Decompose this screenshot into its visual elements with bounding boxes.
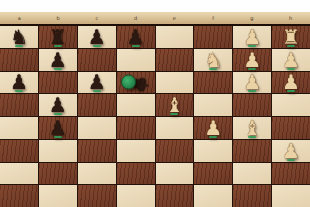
- chess-set-photo: abcdefgh ♞♜♟♟♟♜♟♞♟♟♟♟♚♟♟♟♝♟♟♝♟: [0, 0, 310, 207]
- white-pawn: ♟: [243, 50, 261, 70]
- black-pawn: ♟: [127, 27, 145, 47]
- square-g5: [233, 94, 271, 116]
- square-c3: [78, 140, 116, 162]
- square-h8: ♜: [272, 26, 310, 48]
- square-e5: ♝: [156, 94, 194, 116]
- rail-coordinate-b: b: [39, 12, 78, 24]
- black-pawn: ♟: [49, 118, 67, 138]
- white-pawn: ♟: [282, 72, 300, 92]
- square-e8: [156, 26, 194, 48]
- square-d1: [117, 185, 155, 207]
- square-f1: [194, 185, 232, 207]
- square-h3: ♟: [272, 140, 310, 162]
- square-e1: [156, 185, 194, 207]
- white-pawn: ♟: [282, 50, 300, 70]
- square-f4: ♟: [194, 117, 232, 139]
- square-g7: ♟: [233, 49, 271, 71]
- rail-coordinate-h: h: [271, 12, 310, 24]
- square-c8: ♟: [78, 26, 116, 48]
- square-c1: [78, 185, 116, 207]
- square-g2: [233, 163, 271, 185]
- square-e4: [156, 117, 194, 139]
- square-c4: [78, 117, 116, 139]
- rail-coordinate-e: e: [155, 12, 194, 24]
- square-b2: [39, 163, 77, 185]
- square-c7: [78, 49, 116, 71]
- square-a7: [0, 49, 38, 71]
- square-d5: [117, 94, 155, 116]
- white-knight: ♞: [204, 50, 222, 70]
- square-a4: [0, 117, 38, 139]
- rail-coordinate-a: a: [0, 12, 39, 24]
- square-d6: ♚: [117, 72, 155, 94]
- square-a1: [0, 185, 38, 207]
- black-pawn: ♟: [10, 72, 28, 92]
- rail-coordinate-c: c: [78, 12, 117, 24]
- square-a8: ♞: [0, 26, 38, 48]
- square-h4: [272, 117, 310, 139]
- square-d4: [117, 117, 155, 139]
- square-h7: ♟: [272, 49, 310, 71]
- square-a2: [0, 163, 38, 185]
- board-frame-rail: abcdefgh: [0, 12, 310, 26]
- square-b7: ♟: [39, 49, 77, 71]
- square-b3: [39, 140, 77, 162]
- black-knight: ♞: [10, 27, 28, 47]
- black-pawn: ♟: [49, 95, 67, 115]
- square-e3: [156, 140, 194, 162]
- square-g6: ♟: [233, 72, 271, 94]
- white-pawn: ♟: [243, 27, 261, 47]
- white-rook: ♜: [282, 27, 300, 47]
- square-a5: [0, 94, 38, 116]
- square-f3: [194, 140, 232, 162]
- square-f5: [194, 94, 232, 116]
- square-f7: ♞: [194, 49, 232, 71]
- square-b5: ♟: [39, 94, 77, 116]
- square-h5: [272, 94, 310, 116]
- white-pawn: ♟: [204, 118, 222, 138]
- square-c2: [78, 163, 116, 185]
- square-g8: ♟: [233, 26, 271, 48]
- green-felt-base: [121, 75, 136, 90]
- square-f8: [194, 26, 232, 48]
- white-backdrop: [0, 0, 310, 12]
- square-h1: [272, 185, 310, 207]
- square-e7: [156, 49, 194, 71]
- square-c6: ♟: [78, 72, 116, 94]
- rail-coordinate-f: f: [194, 12, 233, 24]
- square-d7: [117, 49, 155, 71]
- square-a3: [0, 140, 38, 162]
- square-d2: [117, 163, 155, 185]
- chess-board: ♞♜♟♟♟♜♟♞♟♟♟♟♚♟♟♟♝♟♟♝♟: [0, 26, 310, 207]
- square-g4: ♝: [233, 117, 271, 139]
- square-b4: ♟: [39, 117, 77, 139]
- black-pawn: ♟: [88, 72, 106, 92]
- rail-coordinate-g: g: [233, 12, 272, 24]
- square-g1: [233, 185, 271, 207]
- square-g3: [233, 140, 271, 162]
- square-e6: [156, 72, 194, 94]
- black-rook: ♜: [49, 27, 67, 47]
- square-d3: [117, 140, 155, 162]
- rail-coordinate-d: d: [116, 12, 155, 24]
- square-h2: [272, 163, 310, 185]
- white-bishop: ♝: [243, 118, 261, 138]
- square-f2: [194, 163, 232, 185]
- square-b8: ♜: [39, 26, 77, 48]
- square-e2: [156, 163, 194, 185]
- square-b6: [39, 72, 77, 94]
- square-a6: ♟: [0, 72, 38, 94]
- black-pawn: ♟: [49, 50, 67, 70]
- white-pawn: ♟: [243, 72, 261, 92]
- white-pawn: ♟: [282, 141, 300, 161]
- black-pawn: ♟: [88, 27, 106, 47]
- square-h6: ♟: [272, 72, 310, 94]
- square-f6: [194, 72, 232, 94]
- white-bishop: ♝: [165, 95, 183, 115]
- square-b1: [39, 185, 77, 207]
- square-c5: [78, 94, 116, 116]
- square-d8: ♟: [117, 26, 155, 48]
